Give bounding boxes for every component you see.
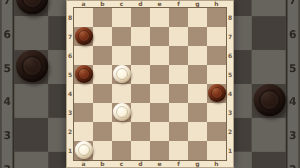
square-b5[interactable] — [93, 65, 112, 84]
rank-label-right-8: 8 — [226, 8, 234, 27]
square-g8[interactable] — [188, 8, 207, 27]
square-a8[interactable] — [74, 8, 93, 27]
checker-ring-icon — [258, 88, 279, 109]
dark-checker-h4[interactable] — [208, 84, 226, 102]
square-d6[interactable] — [131, 46, 150, 65]
square-d7[interactable] — [131, 27, 150, 46]
square-h8[interactable] — [207, 8, 226, 27]
rank-label-left-1: 1 — [66, 141, 74, 160]
square-g5[interactable] — [188, 65, 207, 84]
checkers-board: aabbccddeeffgghh8877665544332211 — [66, 0, 234, 168]
rank-label-right-2: 2 — [286, 152, 300, 168]
rank-label-left-2: 2 — [0, 152, 14, 168]
board-field — [74, 8, 226, 160]
square-e2[interactable] — [150, 122, 169, 141]
checker-ring-icon — [21, 55, 42, 76]
rank-label-left-7: 7 — [0, 0, 14, 16]
file-label-bottom-f: f — [169, 160, 188, 168]
square-c2[interactable] — [112, 122, 131, 141]
file-label-top-g: g — [188, 0, 207, 8]
file-label-top-a: a — [74, 0, 93, 8]
square-f2[interactable] — [169, 122, 188, 141]
square-f3[interactable] — [169, 103, 188, 122]
file-label-top-f: f — [169, 0, 188, 8]
square-h2 — [252, 152, 286, 168]
checker-ring-icon — [21, 0, 42, 8]
square-g2[interactable] — [188, 122, 207, 141]
white-checker-a1[interactable] — [75, 141, 93, 159]
file-label-top-c: c — [112, 0, 131, 8]
square-d4[interactable] — [131, 84, 150, 103]
square-d1[interactable] — [131, 141, 150, 160]
file-label-bottom-g: g — [188, 160, 207, 168]
square-f4[interactable] — [169, 84, 188, 103]
file-label-bottom-b: b — [93, 160, 112, 168]
square-f7[interactable] — [169, 27, 188, 46]
square-a3[interactable] — [74, 103, 93, 122]
white-checker-c5[interactable] — [113, 65, 131, 83]
rank-label-right-6: 6 — [286, 16, 300, 50]
white-checker-c3[interactable] — [113, 103, 131, 121]
square-f1[interactable] — [169, 141, 188, 160]
file-label-bottom-a: a — [74, 160, 93, 168]
square-c4[interactable] — [112, 84, 131, 103]
rank-label-left-3: 3 — [0, 118, 14, 152]
square-h7 — [252, 0, 286, 16]
square-b7[interactable] — [93, 27, 112, 46]
rank-label-right-3: 3 — [226, 103, 234, 122]
dark-checker-a7[interactable] — [75, 27, 93, 45]
foreground-board-slot: aabbccddeeffgghh8877665544332211 — [66, 0, 234, 168]
rank-label-right-5: 5 — [226, 65, 234, 84]
file-label-top-e: e — [150, 0, 169, 8]
rank-label-right-7: 7 — [226, 27, 234, 46]
square-e8[interactable] — [150, 8, 169, 27]
square-b4[interactable] — [93, 84, 112, 103]
square-h5 — [252, 50, 286, 84]
checker-ring-icon — [211, 87, 223, 99]
square-a4 — [14, 84, 48, 118]
square-f8[interactable] — [169, 8, 188, 27]
file-label-top-b: b — [93, 0, 112, 8]
rank-label-right-4: 4 — [286, 84, 300, 118]
rank-label-right-3: 3 — [286, 118, 300, 152]
rank-label-left-4: 4 — [0, 84, 14, 118]
square-a2 — [14, 152, 48, 168]
square-g3[interactable] — [188, 103, 207, 122]
square-b3[interactable] — [93, 103, 112, 122]
square-h6[interactable] — [207, 46, 226, 65]
square-c8[interactable] — [112, 8, 131, 27]
rank-label-right-4: 4 — [226, 84, 234, 103]
square-e6[interactable] — [150, 46, 169, 65]
square-f5[interactable] — [169, 65, 188, 84]
square-e4[interactable] — [150, 84, 169, 103]
square-h3[interactable] — [207, 103, 226, 122]
square-f6[interactable] — [169, 46, 188, 65]
dark-checker-a5 — [15, 49, 47, 81]
rank-label-left-6: 6 — [0, 16, 14, 50]
square-h5[interactable] — [207, 65, 226, 84]
square-h1[interactable] — [207, 141, 226, 160]
rank-label-right-1: 1 — [226, 141, 234, 160]
square-b6[interactable] — [93, 46, 112, 65]
checker-ring-icon — [78, 68, 90, 80]
file-label-top-h: h — [207, 0, 226, 8]
square-e1[interactable] — [150, 141, 169, 160]
checker-ring-icon — [78, 30, 90, 42]
square-g6[interactable] — [188, 46, 207, 65]
dark-checker-h4 — [253, 83, 285, 115]
square-h6 — [252, 16, 286, 50]
rank-label-left-4: 4 — [66, 84, 74, 103]
dark-checker-a5[interactable] — [75, 65, 93, 83]
square-e7[interactable] — [150, 27, 169, 46]
rank-label-right-7: 7 — [286, 0, 300, 16]
square-a3 — [14, 118, 48, 152]
rank-label-left-5: 5 — [0, 50, 14, 84]
rank-label-left-3: 3 — [66, 103, 74, 122]
square-c6[interactable] — [112, 46, 131, 65]
square-d8[interactable] — [131, 8, 150, 27]
rank-label-left-2: 2 — [66, 122, 74, 141]
rank-label-left-6: 6 — [66, 46, 74, 65]
square-a2[interactable] — [74, 122, 93, 141]
square-a6[interactable] — [74, 46, 93, 65]
rank-label-right-6: 6 — [226, 46, 234, 65]
file-label-bottom-c: c — [112, 160, 131, 168]
square-a4[interactable] — [74, 84, 93, 103]
square-g1[interactable] — [188, 141, 207, 160]
square-c1[interactable] — [112, 141, 131, 160]
square-b1[interactable] — [93, 141, 112, 160]
square-e3[interactable] — [150, 103, 169, 122]
rank-label-right-5: 5 — [286, 50, 300, 84]
file-label-bottom-h: h — [207, 160, 226, 168]
square-d3[interactable] — [131, 103, 150, 122]
file-label-bottom-d: d — [131, 160, 150, 168]
square-a6 — [14, 16, 48, 50]
square-g4[interactable] — [188, 84, 207, 103]
app-screen: aabbccddeeffgghh8877665544332211 aabbccd… — [0, 0, 300, 168]
square-h2[interactable] — [207, 122, 226, 141]
file-label-top-d: d — [131, 0, 150, 8]
square-c7[interactable] — [112, 27, 131, 46]
square-d5[interactable] — [131, 65, 150, 84]
square-d2[interactable] — [131, 122, 150, 141]
rank-label-left-8: 8 — [66, 8, 74, 27]
square-b8[interactable] — [93, 8, 112, 27]
square-b2[interactable] — [93, 122, 112, 141]
rank-label-right-2: 2 — [226, 122, 234, 141]
square-e5[interactable] — [150, 65, 169, 84]
rank-label-left-5: 5 — [66, 65, 74, 84]
checker-ring-icon — [116, 68, 128, 80]
square-g7[interactable] — [188, 27, 207, 46]
checker-ring-icon — [116, 106, 128, 118]
checker-ring-icon — [78, 144, 90, 156]
square-h3 — [252, 118, 286, 152]
square-h7[interactable] — [207, 27, 226, 46]
file-label-bottom-e: e — [150, 160, 169, 168]
rank-label-left-7: 7 — [66, 27, 74, 46]
